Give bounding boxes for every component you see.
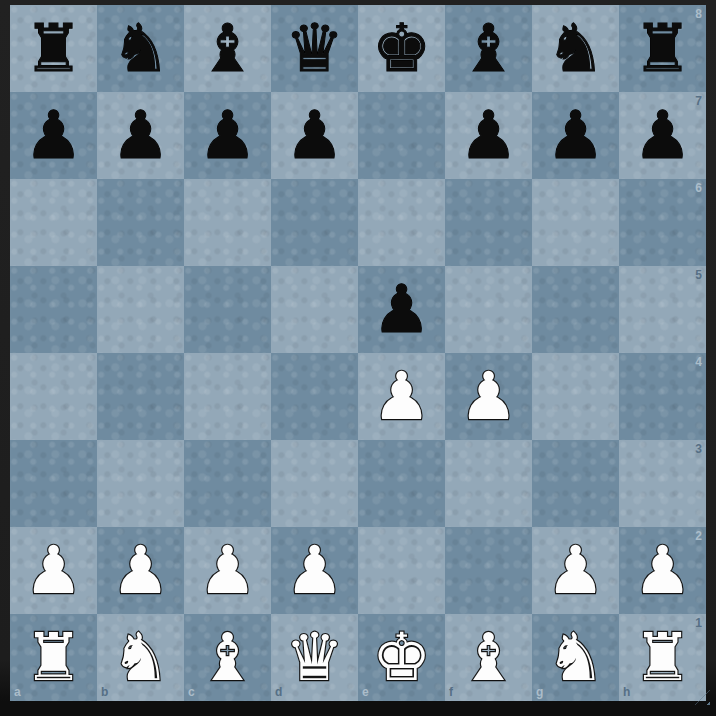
square-d8[interactable]: ♛ xyxy=(271,5,358,92)
square-a7[interactable]: ♟ xyxy=(10,92,97,179)
coordinate-rank-4: 4 xyxy=(695,356,702,368)
square-c7[interactable]: ♟ xyxy=(184,92,271,179)
square-f5[interactable] xyxy=(445,266,532,353)
white-pawn-d2[interactable]: ♟ xyxy=(285,527,344,614)
square-h5[interactable]: 5 xyxy=(619,266,706,353)
square-h3[interactable]: 3 xyxy=(619,440,706,527)
square-f1[interactable]: ♝f xyxy=(445,614,532,701)
coordinate-file-g: g xyxy=(536,686,543,698)
square-b1[interactable]: ♞b xyxy=(97,614,184,701)
square-e7[interactable] xyxy=(358,92,445,179)
square-g5[interactable] xyxy=(532,266,619,353)
square-b7[interactable]: ♟ xyxy=(97,92,184,179)
white-pawn-g2[interactable]: ♟ xyxy=(546,527,605,614)
square-b8[interactable]: ♞ xyxy=(97,5,184,92)
square-c8[interactable]: ♝ xyxy=(184,5,271,92)
square-f8[interactable]: ♝ xyxy=(445,5,532,92)
page-background: { "game": "chess", "opening_note": "King… xyxy=(0,0,716,716)
black-pawn-h7[interactable]: ♟ xyxy=(633,92,692,179)
black-bishop-c8[interactable]: ♝ xyxy=(198,5,257,92)
square-h1[interactable]: ♜1h xyxy=(619,614,706,701)
square-e1[interactable]: ♚e xyxy=(358,614,445,701)
square-f3[interactable] xyxy=(445,440,532,527)
black-knight-b8[interactable]: ♞ xyxy=(111,5,170,92)
square-g1[interactable]: ♞g xyxy=(532,614,619,701)
square-e6[interactable] xyxy=(358,179,445,266)
white-pawn-f4[interactable]: ♟ xyxy=(459,353,518,440)
square-c3[interactable] xyxy=(184,440,271,527)
white-king-e1[interactable]: ♚ xyxy=(372,614,431,701)
square-c1[interactable]: ♝c xyxy=(184,614,271,701)
black-pawn-b7[interactable]: ♟ xyxy=(111,92,170,179)
black-pawn-f7[interactable]: ♟ xyxy=(459,92,518,179)
square-g4[interactable] xyxy=(532,353,619,440)
square-a5[interactable] xyxy=(10,266,97,353)
white-pawn-a2[interactable]: ♟ xyxy=(24,527,83,614)
square-a3[interactable] xyxy=(10,440,97,527)
white-queen-d1[interactable]: ♛ xyxy=(285,614,344,701)
square-d1[interactable]: ♛d xyxy=(271,614,358,701)
square-c6[interactable] xyxy=(184,179,271,266)
square-b4[interactable] xyxy=(97,353,184,440)
square-c5[interactable] xyxy=(184,266,271,353)
black-knight-g8[interactable]: ♞ xyxy=(546,5,605,92)
square-g6[interactable] xyxy=(532,179,619,266)
coordinate-rank-1: 1 xyxy=(695,617,702,629)
square-b2[interactable]: ♟ xyxy=(97,527,184,614)
white-pawn-e4[interactable]: ♟ xyxy=(372,353,431,440)
chess-board: ♜♞♝♛♚♝♞♜8♟♟♟♟♟♟♟76♟5♟♟43♟♟♟♟♟♟2♜a♞b♝c♛d♚… xyxy=(10,5,706,701)
white-rook-a1[interactable]: ♜ xyxy=(24,614,83,701)
black-bishop-f8[interactable]: ♝ xyxy=(459,5,518,92)
coordinate-rank-5: 5 xyxy=(695,269,702,281)
black-pawn-g7[interactable]: ♟ xyxy=(546,92,605,179)
square-e8[interactable]: ♚ xyxy=(358,5,445,92)
square-a2[interactable]: ♟ xyxy=(10,527,97,614)
black-king-e8[interactable]: ♚ xyxy=(372,5,431,92)
square-h8[interactable]: ♜8 xyxy=(619,5,706,92)
square-f6[interactable] xyxy=(445,179,532,266)
coordinate-rank-7: 7 xyxy=(695,95,702,107)
black-pawn-d7[interactable]: ♟ xyxy=(285,92,344,179)
square-h4[interactable]: 4 xyxy=(619,353,706,440)
square-g7[interactable]: ♟ xyxy=(532,92,619,179)
black-pawn-a7[interactable]: ♟ xyxy=(24,92,83,179)
coordinate-file-d: d xyxy=(275,686,282,698)
black-rook-h8[interactable]: ♜ xyxy=(633,5,692,92)
square-b5[interactable] xyxy=(97,266,184,353)
white-bishop-c1[interactable]: ♝ xyxy=(198,614,257,701)
square-c4[interactable] xyxy=(184,353,271,440)
square-g8[interactable]: ♞ xyxy=(532,5,619,92)
square-f7[interactable]: ♟ xyxy=(445,92,532,179)
white-pawn-b2[interactable]: ♟ xyxy=(111,527,170,614)
coordinate-file-c: c xyxy=(188,686,195,698)
square-b3[interactable] xyxy=(97,440,184,527)
coordinate-file-a: a xyxy=(14,686,21,698)
square-e5[interactable]: ♟ xyxy=(358,266,445,353)
square-d4[interactable] xyxy=(271,353,358,440)
square-f4[interactable]: ♟ xyxy=(445,353,532,440)
square-a1[interactable]: ♜a xyxy=(10,614,97,701)
white-knight-b1[interactable]: ♞ xyxy=(111,614,170,701)
square-d6[interactable] xyxy=(271,179,358,266)
white-pawn-c2[interactable]: ♟ xyxy=(198,527,257,614)
square-e2[interactable] xyxy=(358,527,445,614)
square-g2[interactable]: ♟ xyxy=(532,527,619,614)
square-a4[interactable] xyxy=(10,353,97,440)
white-rook-h1[interactable]: ♜ xyxy=(633,614,692,701)
square-d7[interactable]: ♟ xyxy=(271,92,358,179)
black-rook-a8[interactable]: ♜ xyxy=(24,5,83,92)
square-d3[interactable] xyxy=(271,440,358,527)
square-a6[interactable] xyxy=(10,179,97,266)
coordinate-rank-2: 2 xyxy=(695,530,702,542)
square-h2[interactable]: ♟2 xyxy=(619,527,706,614)
white-bishop-f1[interactable]: ♝ xyxy=(459,614,518,701)
white-pawn-h2[interactable]: ♟ xyxy=(633,527,692,614)
square-d5[interactable] xyxy=(271,266,358,353)
coordinate-file-b: b xyxy=(101,686,108,698)
coordinate-rank-6: 6 xyxy=(695,182,702,194)
square-h7[interactable]: ♟7 xyxy=(619,92,706,179)
coordinate-file-f: f xyxy=(449,686,453,698)
black-queen-d8[interactable]: ♛ xyxy=(285,5,344,92)
coordinate-rank-8: 8 xyxy=(695,8,702,20)
square-h6[interactable]: 6 xyxy=(619,179,706,266)
square-f2[interactable] xyxy=(445,527,532,614)
white-knight-g1[interactable]: ♞ xyxy=(546,614,605,701)
coordinate-file-h: h xyxy=(623,686,630,698)
square-b6[interactable] xyxy=(97,179,184,266)
black-pawn-c7[interactable]: ♟ xyxy=(198,92,257,179)
square-d2[interactable]: ♟ xyxy=(271,527,358,614)
coordinate-rank-3: 3 xyxy=(695,443,702,455)
square-e4[interactable]: ♟ xyxy=(358,353,445,440)
square-g3[interactable] xyxy=(532,440,619,527)
black-pawn-e5[interactable]: ♟ xyxy=(372,266,431,353)
square-c2[interactable]: ♟ xyxy=(184,527,271,614)
coordinate-file-e: e xyxy=(362,686,369,698)
square-e3[interactable] xyxy=(358,440,445,527)
square-a8[interactable]: ♜ xyxy=(10,5,97,92)
